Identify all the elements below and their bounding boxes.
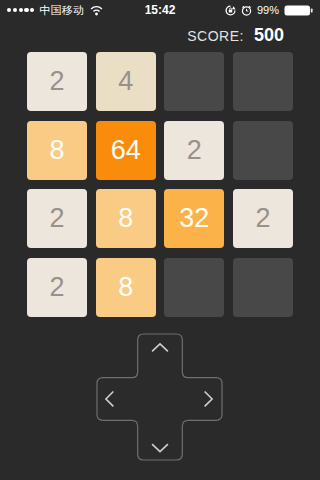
orientation-lock-icon [225,5,236,16]
board[interactable]: 2486422832228 [27,52,293,317]
score-label: SCORE: [187,28,244,44]
dpad [95,333,224,462]
tile-8-r2c1: 8 [27,121,87,180]
tile-64-r2c2: 64 [96,121,156,180]
tile-4-r1c2: 4 [96,52,156,111]
app-screen: 中国移动 15:42 99% [0,0,320,480]
dpad-cross-outline [97,334,222,460]
tile-2-r3c4: 2 [233,189,293,248]
empty-cell-r1c3 [164,52,224,111]
tile-2-r4c1: 2 [27,258,87,317]
empty-cell-r2c4 [233,121,293,180]
empty-cell-r1c4 [233,52,293,111]
tile-2-r2c3: 2 [164,121,224,180]
status-right-group: 99% [225,0,313,20]
empty-cell-r4c4 [233,258,293,317]
status-bar: 中国移动 15:42 99% [0,0,320,20]
score-value: 500 [254,25,284,46]
empty-cell-r4c3 [164,258,224,317]
tile-32-r3c3: 32 [164,189,224,248]
score-row: SCORE: 500 [187,25,284,45]
battery-percent-label: 99% [257,4,279,16]
tile-2-r1c1: 2 [27,52,87,111]
tile-8-r3c2: 8 [96,189,156,248]
tile-2-r3c1: 2 [27,189,87,248]
tile-8-r4c2: 8 [96,258,156,317]
battery-icon [284,5,313,16]
alarm-clock-icon [241,5,252,16]
